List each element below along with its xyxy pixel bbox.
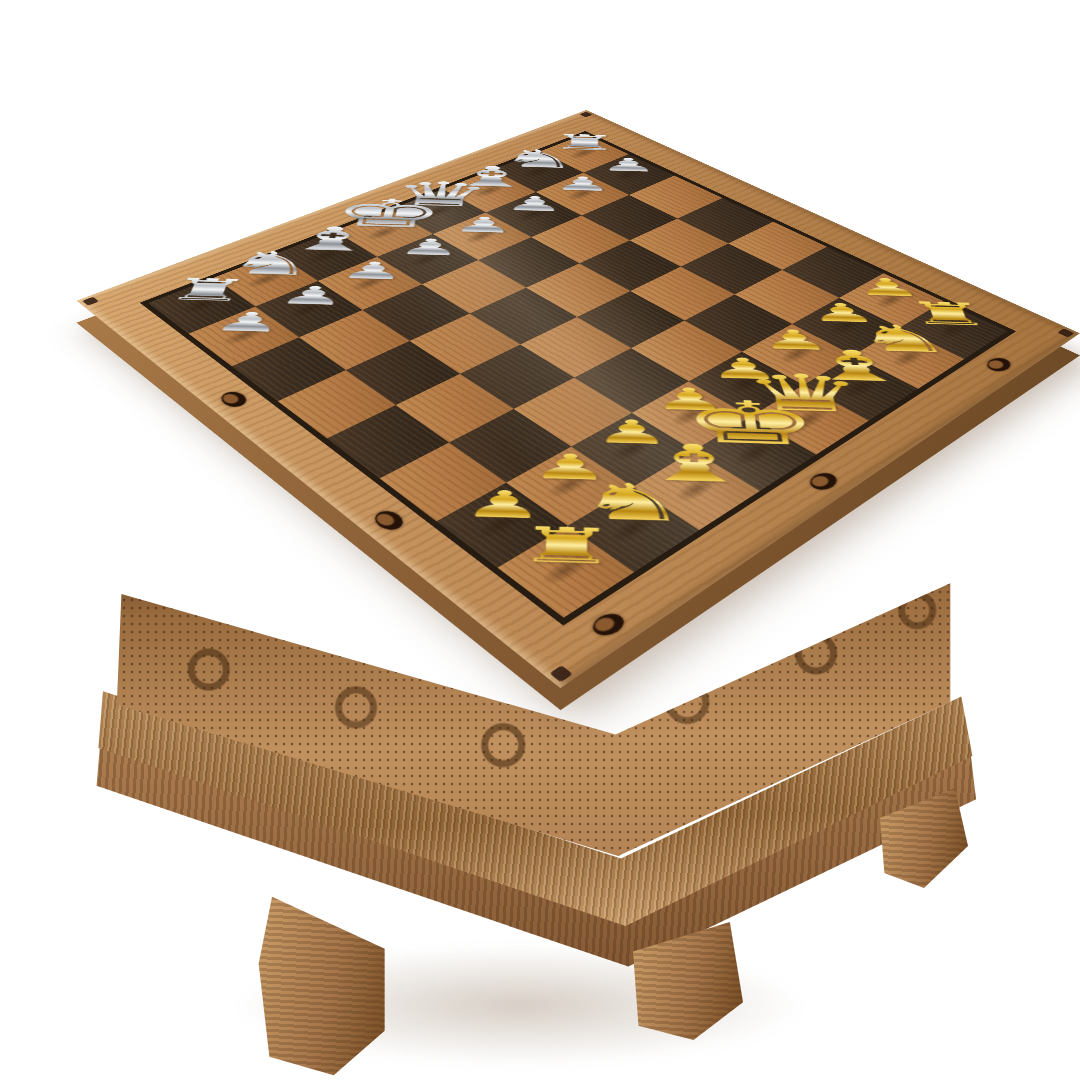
square-h4[interactable] [278, 370, 396, 438]
frame-oval-2 [369, 508, 408, 534]
bishop-glyph: ♝ [618, 436, 773, 491]
frame-notch-7 [549, 665, 572, 682]
square-f5[interactable] [460, 345, 574, 409]
square-g7[interactable] [506, 447, 633, 526]
square-h3[interactable] [232, 337, 346, 401]
square-e8[interactable] [694, 417, 816, 491]
square-g4[interactable] [346, 341, 460, 405]
square-f6[interactable] [514, 378, 632, 447]
square-h6[interactable] [380, 442, 506, 521]
photo-background: ♜♞♝♚♛♝♞♜♟♟♟♟♟♟♟♟♟♟♟♟♟♟♟♟♜♞♝♚♛♝♞♜ [0, 0, 1080, 1080]
square-f7[interactable] [571, 413, 693, 487]
square-h8[interactable] [498, 526, 634, 618]
frame-oval-3 [587, 610, 630, 640]
pawn-glyph: ♟ [306, 257, 438, 284]
king-glyph: ♚ [676, 392, 830, 455]
square-h7[interactable] [436, 483, 567, 568]
frame-oval-5 [982, 355, 1015, 374]
frame-notch-8 [1057, 328, 1074, 337]
pawn-glyph: ♟ [176, 307, 319, 337]
pawn-glyph: ♟ [243, 282, 380, 310]
square-e5[interactable] [520, 317, 631, 378]
frame-notch-6 [82, 297, 99, 306]
square-h5[interactable] [327, 405, 449, 478]
square-g8[interactable] [568, 487, 699, 572]
square-g5[interactable] [396, 374, 514, 443]
square-e6[interactable] [574, 348, 688, 413]
pawn-glyph: ♟ [366, 235, 492, 261]
frame-oval-1 [216, 389, 251, 410]
square-f8[interactable] [633, 451, 760, 531]
frame-notch-9 [579, 112, 592, 118]
rook-glyph: ♜ [482, 519, 649, 572]
pawn-glyph: ♟ [492, 448, 647, 487]
frame-oval-4 [805, 470, 842, 493]
square-g6[interactable] [449, 409, 571, 483]
knight-glyph: ♞ [553, 475, 713, 530]
square-f4[interactable] [410, 314, 521, 374]
pawn-glyph: ♟ [558, 414, 707, 451]
pawn-glyph: ♟ [422, 484, 583, 526]
